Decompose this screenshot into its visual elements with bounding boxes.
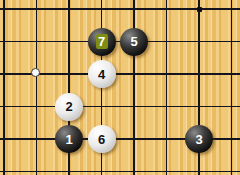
grid-line-horizontal (0, 171, 240, 173)
stone-move-6[interactable]: 6 (88, 125, 116, 153)
last-move-badge: 7 (96, 34, 108, 49)
grid-line-vertical (3, 0, 5, 175)
grid-line-vertical (36, 0, 38, 175)
grid-line-horizontal (0, 106, 240, 108)
stone-move-5[interactable]: 5 (120, 28, 148, 56)
stone-move-3[interactable]: 3 (185, 125, 213, 153)
go-board[interactable]: 1234567 (0, 0, 240, 175)
stone-move-4[interactable]: 4 (88, 60, 116, 88)
move-number: 4 (98, 68, 105, 81)
move-number: 2 (65, 100, 72, 113)
grid-line-horizontal (0, 8, 240, 10)
grid-line-vertical (231, 0, 233, 175)
stone-move-1[interactable]: 1 (55, 125, 83, 153)
star-point (197, 7, 202, 12)
grid-line-vertical (166, 0, 168, 175)
white-diamond-marker (31, 68, 40, 77)
stone-move-7[interactable]: 7 (88, 28, 116, 56)
move-number: 3 (195, 133, 202, 146)
move-number: 6 (98, 133, 105, 146)
stone-move-2[interactable]: 2 (55, 93, 83, 121)
move-number: 5 (130, 35, 137, 48)
move-number: 1 (65, 133, 72, 146)
go-diagram: 1234567 (0, 0, 240, 175)
grid-line-vertical (133, 0, 135, 175)
